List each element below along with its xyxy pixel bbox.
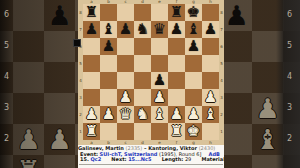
square-f5[interactable] <box>168 55 185 72</box>
square-e3[interactable]: ♟ <box>151 89 168 106</box>
square-f4[interactable] <box>168 72 185 89</box>
rank-labels-right: 87654321 <box>219 4 224 140</box>
square-e2[interactable]: ♝ <box>151 106 168 123</box>
piece-black-queen: ♛ <box>151 21 168 38</box>
moves-line: 15. Qc2 Next: 15...Nc5 Length: 29 Materi… <box>78 157 224 163</box>
piece-white-king: ♚ <box>185 123 202 140</box>
square-e8[interactable] <box>151 4 168 21</box>
background-rank-number-4: 4 <box>287 73 292 81</box>
square-c8[interactable] <box>117 4 134 21</box>
square-c7[interactable]: ♟ <box>117 21 134 38</box>
square-h5[interactable] <box>202 55 219 72</box>
piece-white-knight: ♞ <box>134 106 151 123</box>
piece-white-bishop: ♝ <box>151 106 168 123</box>
background-rank-number-5: 5 <box>4 42 9 50</box>
square-a8[interactable]: ♜ <box>83 4 100 21</box>
square-e5[interactable] <box>151 55 168 72</box>
square-b4[interactable] <box>100 72 117 89</box>
square-b1[interactable] <box>100 123 117 140</box>
background-rank-number-5: 5 <box>287 42 292 50</box>
square-g5[interactable] <box>185 55 202 72</box>
background-rank-number-3: 3 <box>4 104 9 112</box>
square-g7[interactable]: ♝ <box>185 21 202 38</box>
square-d5[interactable] <box>134 55 151 72</box>
square-g8[interactable]: ♚ <box>185 4 202 21</box>
square-f3[interactable] <box>168 89 185 106</box>
background-board-left: ♟♟♟♜ 65432 <box>0 0 78 168</box>
square-b6[interactable]: ♟ <box>100 38 117 55</box>
piece-black-pawn: ♟ <box>185 38 202 55</box>
square-g4[interactable] <box>185 72 202 89</box>
square-d1[interactable] <box>134 123 151 140</box>
rank-right-5: 5 <box>219 55 224 72</box>
square-e7[interactable]: ♛ <box>151 21 168 38</box>
chess-diagram-panel: abcdefgh 87654321 ♜♜♚♟♝♟♞♛♟♝♟♟♟♟♟♟♟♟♟♛♞♝… <box>78 0 224 168</box>
square-c6[interactable] <box>117 38 134 55</box>
last-move-link[interactable]: Qc2 <box>90 156 101 162</box>
piece-black-pawn: ♟ <box>117 21 134 38</box>
piece-white-pawn: ♟ <box>151 89 168 106</box>
square-a2[interactable]: ♟ <box>83 106 100 123</box>
move-number: 15. <box>80 156 89 162</box>
square-d7[interactable]: ♞ <box>134 21 151 38</box>
piece-black-rook: ♜ <box>168 4 185 21</box>
square-e1[interactable] <box>151 123 168 140</box>
piece-white-pawn: ♟ <box>83 106 100 123</box>
square-e4[interactable]: ♟ <box>151 72 168 89</box>
square-c3[interactable]: ♟ <box>117 89 134 106</box>
piece-black-knight: ♞ <box>134 21 151 38</box>
square-h8[interactable] <box>202 4 219 21</box>
piece-white-pawn: ♟ <box>100 106 117 123</box>
square-f7[interactable]: ♟ <box>168 21 185 38</box>
piece-white-bishop: ♝ <box>202 106 219 123</box>
square-b8[interactable] <box>100 4 117 21</box>
background-rank-number-6: 6 <box>4 11 9 19</box>
piece-black-bishop: ♝ <box>185 21 202 38</box>
black-to-move-indicator <box>73 39 81 47</box>
next-move-link[interactable]: 15...Nc5 <box>128 156 151 162</box>
piece-white-rook: ♜ <box>83 123 100 140</box>
piece-white-pawn: ♟ <box>168 106 185 123</box>
square-a4[interactable] <box>83 72 100 89</box>
piece-black-king: ♚ <box>185 4 202 21</box>
piece-black-pawn: ♟ <box>168 21 185 38</box>
square-a3[interactable] <box>83 89 100 106</box>
length-value: 29 <box>185 156 191 162</box>
background-rank-number-2: 2 <box>287 135 292 143</box>
background-rank-number-4: 4 <box>4 73 9 81</box>
square-b2[interactable]: ♟ <box>100 106 117 123</box>
length-label: Length: <box>162 156 184 162</box>
piece-white-pawn: ♟ <box>117 89 134 106</box>
square-e6[interactable] <box>151 38 168 55</box>
square-f2[interactable]: ♟ <box>168 106 185 123</box>
square-d8[interactable] <box>134 4 151 21</box>
game-info-caption: Galinsev, Martin (2335) – Kantoring, Vik… <box>78 145 224 168</box>
square-b5[interactable] <box>100 55 117 72</box>
square-b7[interactable]: ♝ <box>100 21 117 38</box>
square-g1[interactable]: ♚ <box>185 123 202 140</box>
square-f8[interactable]: ♜ <box>168 4 185 21</box>
square-h4[interactable] <box>202 72 219 89</box>
background-rank-number-3: 3 <box>287 104 292 112</box>
rank-right-6: 6 <box>219 38 224 55</box>
square-c5[interactable] <box>117 55 134 72</box>
square-g2[interactable]: ♟ <box>185 106 202 123</box>
square-a6[interactable] <box>83 38 100 55</box>
piece-white-rook: ♜ <box>168 123 185 140</box>
piece-white-queen: ♛ <box>117 106 134 123</box>
square-c2[interactable]: ♛ <box>117 106 134 123</box>
background-rank-number-6: 6 <box>287 11 292 19</box>
rank-right-3: 3 <box>219 89 224 106</box>
piece-black-rook: ♜ <box>83 4 100 21</box>
square-h2[interactable]: ♝ <box>202 106 219 123</box>
chess-board[interactable]: ♜♜♚♟♝♟♞♛♟♝♟♟♟♟♟♟♟♟♟♛♞♝♟♟♝♜♜♚ <box>83 4 219 140</box>
square-d3[interactable] <box>134 89 151 106</box>
square-f1[interactable]: ♜ <box>168 123 185 140</box>
piece-white-pawn: ♟ <box>185 106 202 123</box>
piece-black-pawn: ♟ <box>151 72 168 89</box>
square-g6[interactable]: ♟ <box>185 38 202 55</box>
square-d2[interactable]: ♞ <box>134 106 151 123</box>
square-h6[interactable] <box>202 38 219 55</box>
piece-black-pawn: ♟ <box>83 21 100 38</box>
square-a7[interactable]: ♟ <box>83 21 100 38</box>
piece-black-bishop: ♝ <box>100 21 117 38</box>
video-frame: ♟♟♟♜ 65432 ♟♟♝ 65432 abcdefgh 87654321 ♜… <box>0 0 300 168</box>
square-h3[interactable]: ♟ <box>202 89 219 106</box>
rank-right-2: 2 <box>219 106 224 123</box>
square-d4[interactable] <box>134 72 151 89</box>
rank-right-1: 1 <box>219 123 224 140</box>
square-f6[interactable] <box>168 38 185 55</box>
next-label: Next: <box>111 156 126 162</box>
square-b3[interactable] <box>100 89 117 106</box>
square-a1[interactable]: ♜ <box>83 123 100 140</box>
square-c1[interactable] <box>117 123 134 140</box>
caption-divider <box>79 164 223 165</box>
square-h1[interactable] <box>202 123 219 140</box>
square-h7[interactable]: ♟ <box>202 21 219 38</box>
piece-white-pawn: ♟ <box>202 89 219 106</box>
square-c4[interactable] <box>117 72 134 89</box>
background-board-right: ♟♟♝ 65432 <box>221 0 300 168</box>
square-g3[interactable] <box>185 89 202 106</box>
piece-black-pawn: ♟ <box>100 38 117 55</box>
square-a5[interactable] <box>83 55 100 72</box>
square-d6[interactable] <box>134 38 151 55</box>
material-label: Material: <box>201 156 224 162</box>
background-rank-number-2: 2 <box>4 135 9 143</box>
rank-right-8: 8 <box>219 4 224 21</box>
piece-black-pawn: ♟ <box>202 21 219 38</box>
background-shade-left <box>0 0 78 168</box>
rank-right-4: 4 <box>219 72 224 89</box>
rank-right-7: 7 <box>219 21 224 38</box>
